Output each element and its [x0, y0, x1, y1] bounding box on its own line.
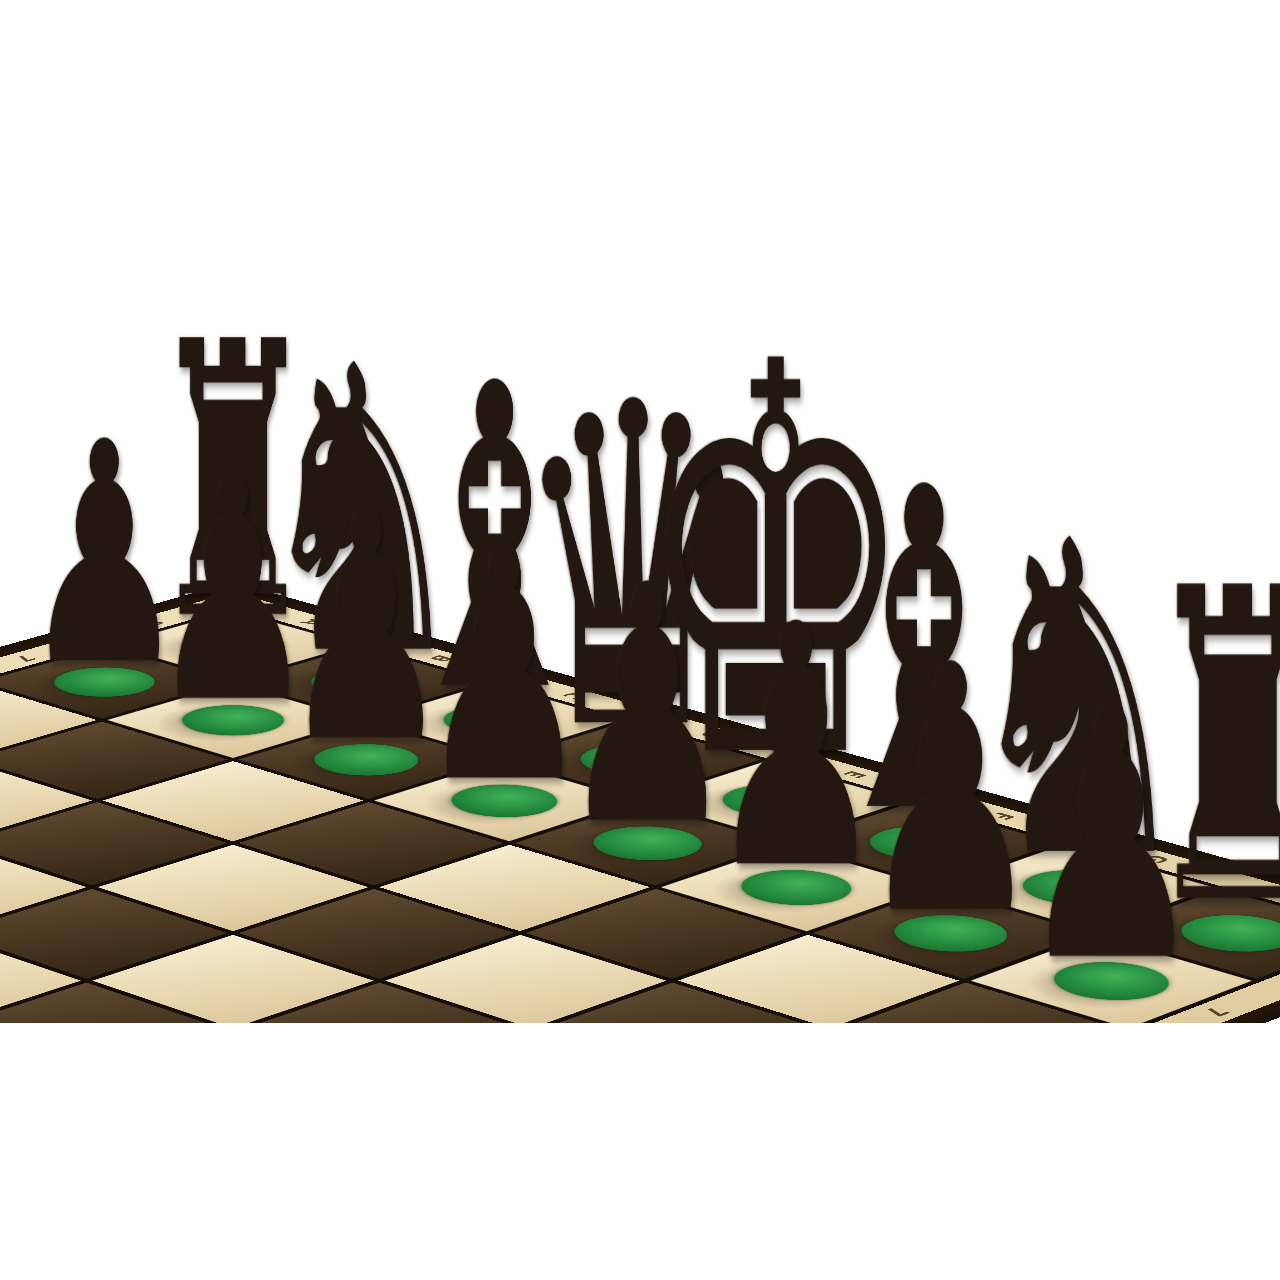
product-photo-scene: ♜♞♝♛♚♝♞♜♟♟♟♟♟♟♟♟ ABCDEFGH887766554433221… [0, 0, 1280, 1023]
square-c5 [0, 802, 228, 885]
piece-black-pawn: ♟ [1018, 662, 1205, 1009]
chess-board: ♜♞♝♛♚♝♞♜♟♟♟♟♟♟♟♟ ABCDEFGH887766554433221… [0, 582, 1280, 1023]
square-h7: ♟ [971, 935, 1252, 1023]
piece-black-pawn: ♟ [859, 620, 1042, 960]
board-rim: ♜♞♝♛♚♝♞♜♟♟♟♟♟♟♟♟ ABCDEFGH887766554433221… [0, 582, 1280, 1023]
board-frame: ♜♞♝♛♚♝♞♜♟♟♟♟♟♟♟♟ ABCDEFGH887766554433221… [0, 592, 1280, 1023]
board-grid: ♜♞♝♛♚♝♞♜♟♟♟♟♟♟♟♟ [0, 608, 1280, 1023]
photo-crop-whitespace [0, 1023, 1280, 1280]
